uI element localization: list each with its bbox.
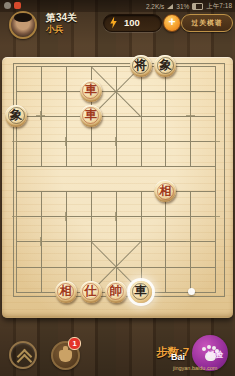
net-speed: 2.2K/s [146,3,164,10]
watermark-brand-cn: 经验 [207,349,223,360]
piece-red-chariot-front[interactable]: 車 [80,80,102,102]
record-button[interactable]: 过关棋谱 [181,14,233,32]
money-bag-icon [59,350,72,362]
battery-icon [192,3,203,10]
piece-black-chariot[interactable]: 車 [130,281,152,303]
piece-red-advisor[interactable]: 仕 [80,281,102,303]
watermark-brand: Bai [171,352,185,362]
rank-label: 小兵 [46,24,63,36]
bag-badge: 1 [68,337,81,350]
piece-red-general[interactable]: 帥 [105,281,127,303]
piece-red-elephant-home[interactable]: 相 [55,281,77,303]
piece-black-elephant-right[interactable]: 象 [154,55,176,77]
alert-icon [14,2,21,9]
piece-black-general[interactable]: 将 [130,55,152,77]
watermark-url: jingyan.baidu.com [173,365,217,371]
lightning-icon [109,17,118,29]
piece-black-elephant-left[interactable]: 象 [5,105,27,127]
add-energy-button[interactable]: + [163,14,181,32]
battery-percent: 31% [176,3,189,10]
signal-icon [167,4,173,9]
notification-icon [4,2,11,9]
xiangqi-board[interactable] [2,57,233,318]
avatar[interactable] [9,11,37,39]
piece-red-chariot-rear[interactable]: 車 [80,105,102,127]
status-bar: 2.2K/s 31% 上午7:18 [0,0,235,12]
expand-menu-button[interactable] [9,341,37,369]
status-time: 上午7:18 [206,2,232,11]
app-root: 2.2K/s 31% 上午7:18 第34关 小兵 100 + 过关棋谱 将象車… [0,0,235,376]
energy-pill: 100 [103,14,162,32]
energy-value: 100 [124,17,140,28]
